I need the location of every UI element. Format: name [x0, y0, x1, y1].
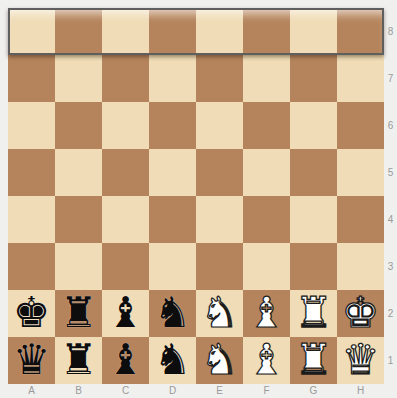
square-c5[interactable] — [102, 149, 149, 196]
file-label-e: E — [196, 384, 243, 398]
square-a2[interactable]: ♚ — [8, 290, 55, 337]
rank-label-7: 7 — [384, 55, 397, 102]
file-label-b: B — [55, 384, 102, 398]
square-a4[interactable] — [8, 196, 55, 243]
square-c4[interactable] — [102, 196, 149, 243]
square-a6[interactable] — [8, 102, 55, 149]
square-e2[interactable]: ♞ — [196, 290, 243, 337]
square-g4[interactable] — [290, 196, 337, 243]
square-e7[interactable] — [196, 55, 243, 102]
square-b8[interactable] — [55, 8, 102, 55]
square-b4[interactable] — [55, 196, 102, 243]
square-c7[interactable] — [102, 55, 149, 102]
square-c3[interactable] — [102, 243, 149, 290]
square-f4[interactable] — [243, 196, 290, 243]
square-h1[interactable]: ♛ — [337, 337, 384, 384]
piece-black-knight[interactable]: ♞ — [154, 290, 192, 336]
square-e5[interactable] — [196, 149, 243, 196]
rank-label-1: 1 — [384, 337, 397, 384]
file-label-c: C — [102, 384, 149, 398]
square-h4[interactable] — [337, 196, 384, 243]
chess-app-stage: ♚♜♝♞♞♝♜♚♛♜♝♞♞♝♜♛ ABCDEFGH 87654321 — [0, 0, 397, 398]
square-g2[interactable]: ♜ — [290, 290, 337, 337]
square-e1[interactable]: ♞ — [196, 337, 243, 384]
square-b7[interactable] — [55, 55, 102, 102]
square-g6[interactable] — [290, 102, 337, 149]
square-b6[interactable] — [55, 102, 102, 149]
square-g5[interactable] — [290, 149, 337, 196]
square-e4[interactable] — [196, 196, 243, 243]
square-c8[interactable] — [102, 8, 149, 55]
square-g3[interactable] — [290, 243, 337, 290]
file-label-f: F — [243, 384, 290, 398]
square-f8[interactable] — [243, 8, 290, 55]
square-g1[interactable]: ♜ — [290, 337, 337, 384]
square-d4[interactable] — [149, 196, 196, 243]
square-d5[interactable] — [149, 149, 196, 196]
square-c1[interactable]: ♝ — [102, 337, 149, 384]
rank-label-4: 4 — [384, 196, 397, 243]
file-label-d: D — [149, 384, 196, 398]
square-f5[interactable] — [243, 149, 290, 196]
file-label-h: H — [337, 384, 384, 398]
square-d8[interactable] — [149, 8, 196, 55]
rank-label-5: 5 — [384, 149, 397, 196]
square-e6[interactable] — [196, 102, 243, 149]
square-g8[interactable] — [290, 8, 337, 55]
square-d7[interactable] — [149, 55, 196, 102]
piece-black-bishop[interactable]: ♝ — [107, 290, 145, 336]
square-h5[interactable] — [337, 149, 384, 196]
piece-black-bishop[interactable]: ♝ — [107, 337, 145, 383]
square-b5[interactable] — [55, 149, 102, 196]
rank-labels: 87654321 — [384, 8, 397, 384]
square-a7[interactable] — [8, 55, 55, 102]
piece-black-king[interactable]: ♚ — [13, 290, 51, 336]
piece-black-knight[interactable]: ♞ — [154, 337, 192, 383]
square-h3[interactable] — [337, 243, 384, 290]
square-b2[interactable]: ♜ — [55, 290, 102, 337]
square-d2[interactable]: ♞ — [149, 290, 196, 337]
piece-white-knight[interactable]: ♞ — [201, 290, 239, 336]
square-d3[interactable] — [149, 243, 196, 290]
square-b1[interactable]: ♜ — [55, 337, 102, 384]
square-h7[interactable] — [337, 55, 384, 102]
square-f7[interactable] — [243, 55, 290, 102]
square-e8[interactable] — [196, 8, 243, 55]
rank-label-2: 2 — [384, 290, 397, 337]
piece-black-rook[interactable]: ♜ — [60, 337, 98, 383]
square-a8[interactable] — [8, 8, 55, 55]
square-h2[interactable]: ♚ — [337, 290, 384, 337]
piece-white-queen[interactable]: ♛ — [342, 337, 380, 383]
file-label-a: A — [8, 384, 55, 398]
piece-white-rook[interactable]: ♜ — [295, 337, 333, 383]
piece-white-bishop[interactable]: ♝ — [248, 290, 286, 336]
square-f3[interactable] — [243, 243, 290, 290]
piece-white-bishop[interactable]: ♝ — [248, 337, 286, 383]
square-f1[interactable]: ♝ — [243, 337, 290, 384]
square-a3[interactable] — [8, 243, 55, 290]
piece-black-queen[interactable]: ♛ — [13, 337, 51, 383]
file-label-g: G — [290, 384, 337, 398]
square-h6[interactable] — [337, 102, 384, 149]
square-c2[interactable]: ♝ — [102, 290, 149, 337]
rank-label-6: 6 — [384, 102, 397, 149]
rank-label-3: 3 — [384, 243, 397, 290]
piece-black-rook[interactable]: ♜ — [60, 290, 98, 336]
square-b3[interactable] — [55, 243, 102, 290]
square-a1[interactable]: ♛ — [8, 337, 55, 384]
square-f2[interactable]: ♝ — [243, 290, 290, 337]
square-d6[interactable] — [149, 102, 196, 149]
square-c6[interactable] — [102, 102, 149, 149]
square-g7[interactable] — [290, 55, 337, 102]
square-f6[interactable] — [243, 102, 290, 149]
file-labels: ABCDEFGH — [8, 384, 384, 398]
square-a5[interactable] — [8, 149, 55, 196]
chess-board: ♚♜♝♞♞♝♜♚♛♜♝♞♞♝♜♛ — [8, 8, 384, 384]
square-d1[interactable]: ♞ — [149, 337, 196, 384]
square-h8[interactable] — [337, 8, 384, 55]
piece-white-rook[interactable]: ♜ — [295, 290, 333, 336]
rank-label-8: 8 — [384, 8, 397, 55]
square-e3[interactable] — [196, 243, 243, 290]
piece-white-king[interactable]: ♚ — [342, 290, 380, 336]
piece-white-knight[interactable]: ♞ — [201, 337, 239, 383]
